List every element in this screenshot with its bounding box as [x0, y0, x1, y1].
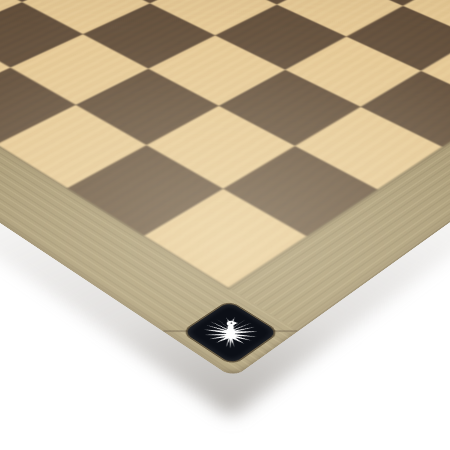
square-e2 — [10, 34, 148, 105]
square-e5 — [212, 0, 334, 5]
square-f4 — [215, 5, 346, 70]
square-h4 — [361, 71, 450, 147]
square-e1 — [0, 68, 76, 145]
chessboard-product-photo — [0, 0, 450, 450]
square-g2 — [147, 106, 295, 189]
square-d1 — [0, 33, 10, 104]
square-d2 — [0, 2, 83, 68]
square-g5 — [346, 6, 450, 71]
square-g4 — [285, 37, 421, 107]
square-f5 — [277, 0, 403, 37]
square-f3 — [148, 35, 285, 105]
square-f6 — [334, 0, 450, 6]
square-g3 — [219, 70, 361, 146]
eagle-icon — [200, 312, 260, 353]
chess-board — [0, 0, 450, 378]
square-d3 — [22, 0, 150, 34]
square-h5 — [421, 38, 450, 108]
square-c2 — [0, 0, 22, 33]
square-e4 — [150, 0, 277, 35]
board-top-surface — [0, 0, 450, 378]
square-g6 — [403, 0, 450, 38]
square-e3 — [83, 3, 215, 68]
square-f2 — [76, 69, 219, 145]
photo-scene — [0, 0, 450, 450]
square-c3 — [0, 0, 89, 2]
square-d4 — [89, 0, 212, 3]
